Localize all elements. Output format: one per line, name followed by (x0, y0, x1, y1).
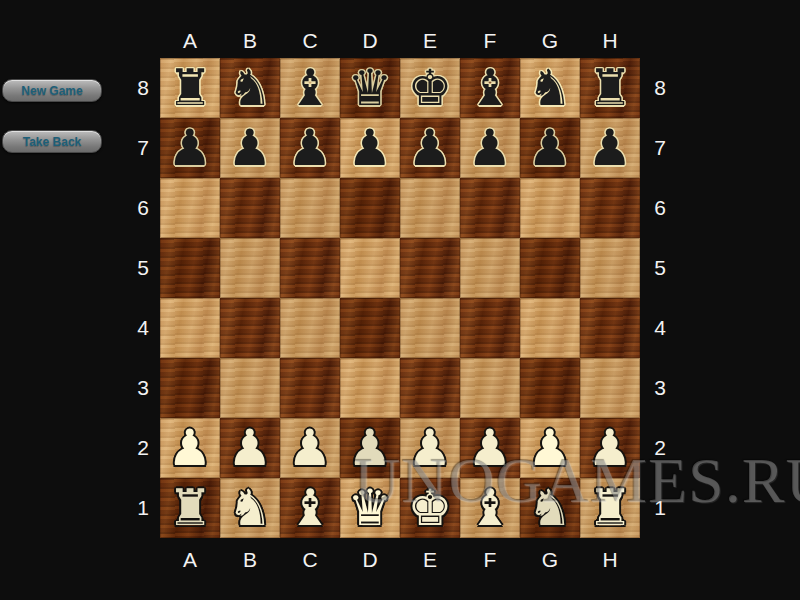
piece-white-king[interactable]: ♚ (408, 478, 453, 538)
square-b7[interactable]: ♟ (220, 118, 280, 178)
square-f8[interactable]: ♝ (460, 58, 520, 118)
square-d5[interactable] (340, 238, 400, 298)
square-a6[interactable] (160, 178, 220, 238)
rank-labels-left: 87654321 (128, 58, 158, 538)
square-a1[interactable]: ♜ (160, 478, 220, 538)
take-back-button[interactable]: Take Back (2, 130, 102, 153)
file-label-top-g: G (520, 28, 580, 54)
square-d7[interactable]: ♟ (340, 118, 400, 178)
file-label-top-b: B (220, 28, 280, 54)
square-h8[interactable]: ♜ (580, 58, 640, 118)
square-b8[interactable]: ♞ (220, 58, 280, 118)
file-label-bottom-b: B (220, 547, 280, 573)
piece-white-pawn[interactable]: ♟ (348, 418, 393, 478)
piece-black-knight[interactable]: ♞ (528, 58, 573, 118)
piece-white-bishop[interactable]: ♝ (288, 478, 333, 538)
rank-label-right-2: 2 (645, 418, 675, 478)
square-c6[interactable] (280, 178, 340, 238)
square-c4[interactable] (280, 298, 340, 358)
square-a3[interactable] (160, 358, 220, 418)
file-label-top-d: D (340, 28, 400, 54)
square-d2[interactable]: ♟ (340, 418, 400, 478)
piece-black-pawn[interactable]: ♟ (348, 118, 393, 178)
rank-label-left-2: 2 (128, 418, 158, 478)
file-labels-bottom: ABCDEFGH (160, 547, 640, 573)
piece-white-pawn[interactable]: ♟ (168, 418, 213, 478)
piece-black-rook[interactable]: ♜ (588, 58, 633, 118)
square-e6[interactable] (400, 178, 460, 238)
square-g2[interactable]: ♟ (520, 418, 580, 478)
square-d6[interactable] (340, 178, 400, 238)
square-e8[interactable]: ♚ (400, 58, 460, 118)
rank-label-left-4: 4 (128, 298, 158, 358)
piece-white-pawn[interactable]: ♟ (528, 418, 573, 478)
square-a7[interactable]: ♟ (160, 118, 220, 178)
rank-label-left-7: 7 (128, 118, 158, 178)
chess-board[interactable]: ♜♞♝♛♚♝♞♜♟♟♟♟♟♟♟♟♟♟♟♟♟♟♟♟♜♞♝♛♚♝♞♜ (160, 58, 640, 538)
file-label-bottom-c: C (280, 547, 340, 573)
rank-label-left-6: 6 (128, 178, 158, 238)
rank-label-left-8: 8 (128, 58, 158, 118)
file-label-top-e: E (400, 28, 460, 54)
rank-label-left-1: 1 (128, 478, 158, 538)
square-g3[interactable] (520, 358, 580, 418)
file-label-bottom-e: E (400, 547, 460, 573)
square-a4[interactable] (160, 298, 220, 358)
rank-label-right-5: 5 (645, 238, 675, 298)
square-h5[interactable] (580, 238, 640, 298)
piece-white-rook[interactable]: ♜ (168, 478, 213, 538)
piece-white-knight[interactable]: ♞ (528, 478, 573, 538)
rank-label-right-6: 6 (645, 178, 675, 238)
square-d4[interactable] (340, 298, 400, 358)
square-d3[interactable] (340, 358, 400, 418)
square-g5[interactable] (520, 238, 580, 298)
square-e5[interactable] (400, 238, 460, 298)
file-label-bottom-a: A (160, 547, 220, 573)
square-c2[interactable]: ♟ (280, 418, 340, 478)
square-g1[interactable]: ♞ (520, 478, 580, 538)
piece-black-pawn[interactable]: ♟ (588, 118, 633, 178)
rank-labels-right: 87654321 (645, 58, 675, 538)
file-label-top-h: H (580, 28, 640, 54)
piece-white-pawn[interactable]: ♟ (468, 418, 513, 478)
piece-black-pawn[interactable]: ♟ (168, 118, 213, 178)
new-game-button[interactable]: New Game (2, 79, 102, 102)
square-c7[interactable]: ♟ (280, 118, 340, 178)
square-f7[interactable]: ♟ (460, 118, 520, 178)
piece-black-queen[interactable]: ♛ (348, 58, 393, 118)
file-label-top-c: C (280, 28, 340, 54)
file-labels-top: ABCDEFGH (160, 28, 640, 54)
square-e7[interactable]: ♟ (400, 118, 460, 178)
square-f4[interactable] (460, 298, 520, 358)
rank-label-left-3: 3 (128, 358, 158, 418)
square-b2[interactable]: ♟ (220, 418, 280, 478)
square-g4[interactable] (520, 298, 580, 358)
square-a5[interactable] (160, 238, 220, 298)
file-label-bottom-f: F (460, 547, 520, 573)
piece-black-pawn[interactable]: ♟ (408, 118, 453, 178)
piece-black-pawn[interactable]: ♟ (288, 118, 333, 178)
square-h3[interactable] (580, 358, 640, 418)
square-c3[interactable] (280, 358, 340, 418)
square-f6[interactable] (460, 178, 520, 238)
square-b4[interactable] (220, 298, 280, 358)
square-f1[interactable]: ♝ (460, 478, 520, 538)
square-e2[interactable]: ♟ (400, 418, 460, 478)
square-h7[interactable]: ♟ (580, 118, 640, 178)
piece-white-knight[interactable]: ♞ (228, 478, 273, 538)
square-h6[interactable] (580, 178, 640, 238)
square-h1[interactable]: ♜ (580, 478, 640, 538)
square-c5[interactable] (280, 238, 340, 298)
piece-black-pawn[interactable]: ♟ (468, 118, 513, 178)
rank-label-left-5: 5 (128, 238, 158, 298)
square-f2[interactable]: ♟ (460, 418, 520, 478)
square-h4[interactable] (580, 298, 640, 358)
file-label-bottom-g: G (520, 547, 580, 573)
rank-label-right-4: 4 (645, 298, 675, 358)
square-c8[interactable]: ♝ (280, 58, 340, 118)
square-e4[interactable] (400, 298, 460, 358)
piece-white-rook[interactable]: ♜ (588, 478, 633, 538)
square-a8[interactable]: ♜ (160, 58, 220, 118)
piece-white-pawn[interactable]: ♟ (228, 418, 273, 478)
piece-black-bishop[interactable]: ♝ (288, 58, 333, 118)
square-g7[interactable]: ♟ (520, 118, 580, 178)
square-b3[interactable] (220, 358, 280, 418)
rank-label-right-3: 3 (645, 358, 675, 418)
square-f3[interactable] (460, 358, 520, 418)
rank-label-right-1: 1 (645, 478, 675, 538)
square-b5[interactable] (220, 238, 280, 298)
file-label-top-f: F (460, 28, 520, 54)
square-g6[interactable] (520, 178, 580, 238)
piece-black-pawn[interactable]: ♟ (528, 118, 573, 178)
piece-white-queen[interactable]: ♛ (348, 478, 393, 538)
piece-black-king[interactable]: ♚ (408, 58, 453, 118)
square-d8[interactable]: ♛ (340, 58, 400, 118)
square-e1[interactable]: ♚ (400, 478, 460, 538)
square-b1[interactable]: ♞ (220, 478, 280, 538)
piece-white-bishop[interactable]: ♝ (468, 478, 513, 538)
rank-label-right-8: 8 (645, 58, 675, 118)
piece-black-pawn[interactable]: ♟ (228, 118, 273, 178)
piece-black-rook[interactable]: ♜ (168, 58, 213, 118)
file-label-bottom-d: D (340, 547, 400, 573)
piece-black-bishop[interactable]: ♝ (468, 58, 513, 118)
square-c1[interactable]: ♝ (280, 478, 340, 538)
square-e3[interactable] (400, 358, 460, 418)
square-b6[interactable] (220, 178, 280, 238)
piece-white-pawn[interactable]: ♟ (408, 418, 453, 478)
square-h2[interactable]: ♟ (580, 418, 640, 478)
file-label-bottom-h: H (580, 547, 640, 573)
rank-label-right-7: 7 (645, 118, 675, 178)
square-a2[interactable]: ♟ (160, 418, 220, 478)
square-d1[interactable]: ♛ (340, 478, 400, 538)
piece-white-pawn[interactable]: ♟ (288, 418, 333, 478)
piece-black-knight[interactable]: ♞ (228, 58, 273, 118)
file-label-top-a: A (160, 28, 220, 54)
square-g8[interactable]: ♞ (520, 58, 580, 118)
square-f5[interactable] (460, 238, 520, 298)
piece-white-pawn[interactable]: ♟ (588, 418, 633, 478)
